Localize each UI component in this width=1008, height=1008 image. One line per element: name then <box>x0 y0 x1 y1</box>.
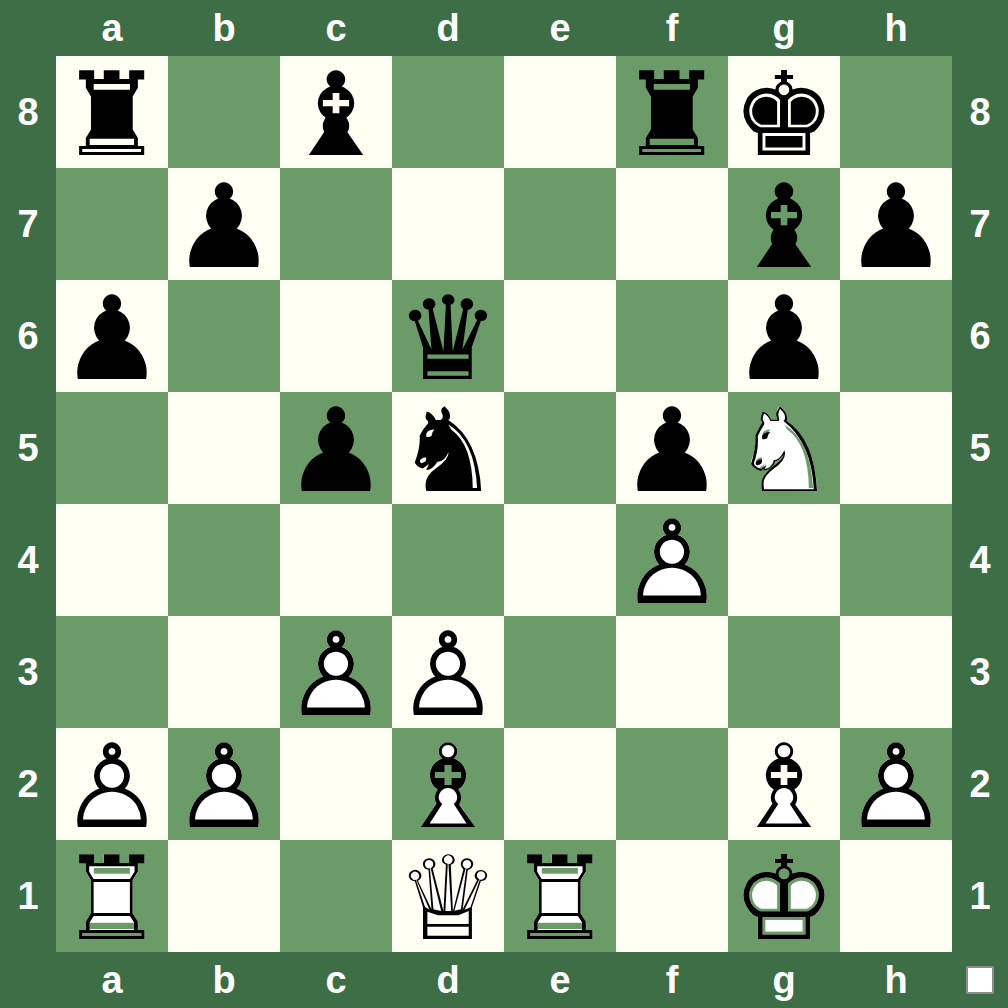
rank-label-3-right: 3 <box>952 616 1008 728</box>
rank-label-7-left: 7 <box>0 168 56 280</box>
white-queen-icon: ♕ <box>392 843 504 955</box>
square-h4[interactable] <box>840 504 952 616</box>
piece-white-bishop-g2[interactable]: ♝♗ <box>728 728 840 840</box>
piece-white-king-g1[interactable]: ♚♔ <box>728 840 840 952</box>
square-e3[interactable] <box>504 616 616 728</box>
square-f6[interactable] <box>616 280 728 392</box>
square-f3[interactable] <box>616 616 728 728</box>
square-g8[interactable]: ♚ <box>728 56 840 168</box>
square-g7[interactable]: ♝ <box>728 168 840 280</box>
piece-black-queen-d6[interactable]: ♛ <box>392 280 504 392</box>
square-e5[interactable] <box>504 392 616 504</box>
square-h1[interactable] <box>840 840 952 952</box>
white-bishop-icon: ♗ <box>392 731 504 843</box>
piece-white-bishop-d2[interactable]: ♝♗ <box>392 728 504 840</box>
piece-white-pawn-a2[interactable]: ♟♙ <box>56 728 168 840</box>
black-pawn-icon: ♟ <box>56 283 168 395</box>
square-h3[interactable] <box>840 616 952 728</box>
file-label-e-top: e <box>504 0 616 56</box>
square-c6[interactable] <box>280 280 392 392</box>
square-c3[interactable]: ♟♙ <box>280 616 392 728</box>
white-pawn-icon: ♙ <box>616 507 728 619</box>
black-knight-icon: ♞ <box>392 395 504 507</box>
piece-white-pawn-b2[interactable]: ♟♙ <box>168 728 280 840</box>
file-label-h-bottom: h <box>840 952 952 1008</box>
file-label-h-top: h <box>840 0 952 56</box>
square-a5[interactable] <box>56 392 168 504</box>
square-c2[interactable] <box>280 728 392 840</box>
square-a6[interactable]: ♟ <box>56 280 168 392</box>
black-rook-icon: ♜ <box>616 59 728 171</box>
white-king-icon: ♔ <box>728 843 840 955</box>
square-g6[interactable]: ♟ <box>728 280 840 392</box>
white-rook-icon: ♖ <box>56 843 168 955</box>
square-d8[interactable] <box>392 56 504 168</box>
rank-label-4-left: 4 <box>0 504 56 616</box>
piece-black-pawn-a6[interactable]: ♟ <box>56 280 168 392</box>
corner-bottom-right <box>952 952 1008 1008</box>
piece-black-king-g8[interactable]: ♚ <box>728 56 840 168</box>
rank-label-5-right: 5 <box>952 392 1008 504</box>
square-a8[interactable]: ♜ <box>56 56 168 168</box>
square-d2[interactable]: ♝♗ <box>392 728 504 840</box>
piece-black-knight-d5[interactable]: ♞ <box>392 392 504 504</box>
file-label-f-bottom: f <box>616 952 728 1008</box>
square-b2[interactable]: ♟♙ <box>168 728 280 840</box>
square-h8[interactable] <box>840 56 952 168</box>
white-pawn-icon: ♙ <box>56 731 168 843</box>
square-h5[interactable] <box>840 392 952 504</box>
corner-top-left <box>0 0 56 56</box>
square-b1[interactable] <box>168 840 280 952</box>
square-e2[interactable] <box>504 728 616 840</box>
piece-black-pawn-b7[interactable]: ♟ <box>168 168 280 280</box>
white-bishop-icon: ♗ <box>728 731 840 843</box>
piece-white-rook-e1[interactable]: ♜♖ <box>504 840 616 952</box>
piece-black-pawn-f5[interactable]: ♟ <box>616 392 728 504</box>
file-label-b-bottom: b <box>168 952 280 1008</box>
piece-white-queen-d1[interactable]: ♛♕ <box>392 840 504 952</box>
piece-white-rook-a1[interactable]: ♜♖ <box>56 840 168 952</box>
rank-label-2-left: 2 <box>0 728 56 840</box>
rank-label-8-right: 8 <box>952 56 1008 168</box>
rank-label-5-left: 5 <box>0 392 56 504</box>
rank-label-6-right: 6 <box>952 280 1008 392</box>
piece-black-pawn-c5[interactable]: ♟ <box>280 392 392 504</box>
square-d7[interactable] <box>392 168 504 280</box>
white-pawn-icon: ♙ <box>168 731 280 843</box>
black-bishop-icon: ♝ <box>280 59 392 171</box>
black-bishop-icon: ♝ <box>728 171 840 283</box>
square-e1[interactable]: ♜♖ <box>504 840 616 952</box>
white-pawn-icon: ♙ <box>392 619 504 731</box>
square-f4[interactable]: ♟♙ <box>616 504 728 616</box>
square-g4[interactable] <box>728 504 840 616</box>
white-pawn-icon: ♙ <box>840 731 952 843</box>
square-c5[interactable]: ♟ <box>280 392 392 504</box>
square-f5[interactable]: ♟ <box>616 392 728 504</box>
square-e6[interactable] <box>504 280 616 392</box>
white-rook-icon: ♖ <box>504 843 616 955</box>
square-b8[interactable] <box>168 56 280 168</box>
square-h7[interactable]: ♟ <box>840 168 952 280</box>
black-pawn-icon: ♟ <box>840 171 952 283</box>
square-f7[interactable] <box>616 168 728 280</box>
black-king-icon: ♚ <box>728 59 840 171</box>
file-label-d-top: d <box>392 0 504 56</box>
chess-board-frame: abcdefgh8♜♝♜♚87♟♝♟76♟♛♟65♟♞♟♞♘54♟♙43♟♙♟♙… <box>0 0 1008 1008</box>
rank-label-8-left: 8 <box>0 56 56 168</box>
square-d3[interactable]: ♟♙ <box>392 616 504 728</box>
black-pawn-icon: ♟ <box>280 395 392 507</box>
rank-label-4-right: 4 <box>952 504 1008 616</box>
piece-black-rook-a8[interactable]: ♜ <box>56 56 168 168</box>
piece-white-knight-g5[interactable]: ♞♘ <box>728 392 840 504</box>
square-b7[interactable]: ♟ <box>168 168 280 280</box>
corner-top-right <box>952 0 1008 56</box>
square-d4[interactable] <box>392 504 504 616</box>
piece-black-bishop-c8[interactable]: ♝ <box>280 56 392 168</box>
piece-black-rook-f8[interactable]: ♜ <box>616 56 728 168</box>
white-pawn-icon: ♙ <box>280 619 392 731</box>
square-c1[interactable] <box>280 840 392 952</box>
chess-board: abcdefgh8♜♝♜♚87♟♝♟76♟♛♟65♟♞♟♞♘54♟♙43♟♙♟♙… <box>0 0 1008 1008</box>
black-queen-icon: ♛ <box>392 283 504 395</box>
file-label-b-top: b <box>168 0 280 56</box>
square-b3[interactable] <box>168 616 280 728</box>
square-h6[interactable] <box>840 280 952 392</box>
square-a4[interactable] <box>56 504 168 616</box>
rank-label-3-left: 3 <box>0 616 56 728</box>
rank-label-2-right: 2 <box>952 728 1008 840</box>
piece-white-pawn-c3[interactable]: ♟♙ <box>280 616 392 728</box>
square-f8[interactable]: ♜ <box>616 56 728 168</box>
piece-black-pawn-h7[interactable]: ♟ <box>840 168 952 280</box>
rank-label-7-right: 7 <box>952 168 1008 280</box>
square-e8[interactable] <box>504 56 616 168</box>
side-to-move-indicator <box>966 966 994 994</box>
square-d5[interactable]: ♞ <box>392 392 504 504</box>
corner-bottom-left <box>0 952 56 1008</box>
piece-black-pawn-g6[interactable]: ♟ <box>728 280 840 392</box>
square-a1[interactable]: ♜♖ <box>56 840 168 952</box>
piece-white-pawn-h2[interactable]: ♟♙ <box>840 728 952 840</box>
square-d1[interactable]: ♛♕ <box>392 840 504 952</box>
square-e4[interactable] <box>504 504 616 616</box>
black-rook-icon: ♜ <box>56 59 168 171</box>
square-g1[interactable]: ♚♔ <box>728 840 840 952</box>
square-f2[interactable] <box>616 728 728 840</box>
square-g5[interactable]: ♞♘ <box>728 392 840 504</box>
square-d6[interactable]: ♛ <box>392 280 504 392</box>
black-pawn-icon: ♟ <box>168 171 280 283</box>
file-label-c-bottom: c <box>280 952 392 1008</box>
square-b6[interactable] <box>168 280 280 392</box>
piece-black-bishop-g7[interactable]: ♝ <box>728 168 840 280</box>
square-b4[interactable] <box>168 504 280 616</box>
rank-label-1-right: 1 <box>952 840 1008 952</box>
rank-label-1-left: 1 <box>0 840 56 952</box>
black-pawn-icon: ♟ <box>616 395 728 507</box>
square-a2[interactable]: ♟♙ <box>56 728 168 840</box>
square-c7[interactable] <box>280 168 392 280</box>
square-h2[interactable]: ♟♙ <box>840 728 952 840</box>
piece-white-pawn-d3[interactable]: ♟♙ <box>392 616 504 728</box>
piece-white-pawn-f4[interactable]: ♟♙ <box>616 504 728 616</box>
rank-label-6-left: 6 <box>0 280 56 392</box>
square-c8[interactable]: ♝ <box>280 56 392 168</box>
square-c4[interactable] <box>280 504 392 616</box>
square-b5[interactable] <box>168 392 280 504</box>
square-f1[interactable] <box>616 840 728 952</box>
square-e7[interactable] <box>504 168 616 280</box>
white-knight-icon: ♘ <box>728 395 840 507</box>
square-g3[interactable] <box>728 616 840 728</box>
square-g2[interactable]: ♝♗ <box>728 728 840 840</box>
square-a7[interactable] <box>56 168 168 280</box>
square-a3[interactable] <box>56 616 168 728</box>
black-pawn-icon: ♟ <box>728 283 840 395</box>
